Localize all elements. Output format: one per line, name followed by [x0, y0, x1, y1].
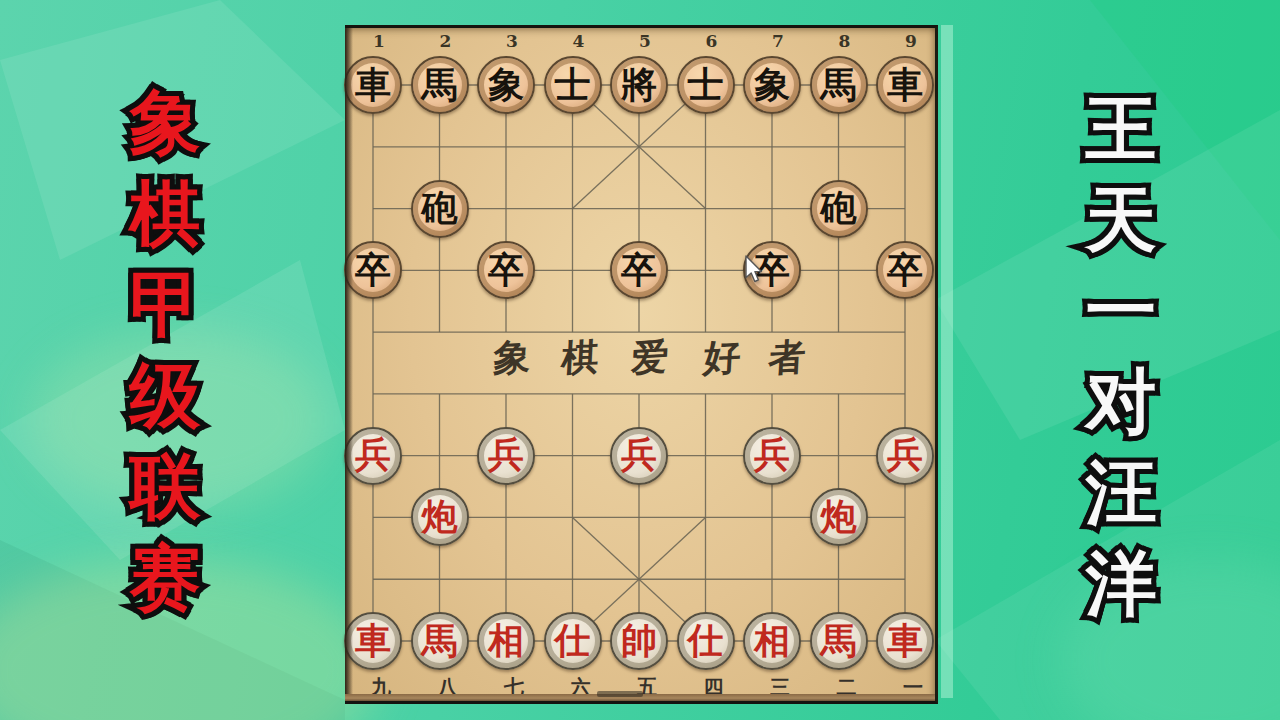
event-title-char-1: 象	[126, 86, 204, 160]
board-left-edge	[345, 28, 353, 701]
event-title-char-2: 棋	[126, 177, 204, 251]
mouse-cursor	[744, 255, 766, 285]
piece-black-horse[interactable]: 馬	[411, 56, 469, 114]
watermark-smudge	[597, 691, 643, 697]
file-label-top-1: 1	[368, 31, 390, 51]
piece-black-advisor[interactable]: 士	[677, 56, 735, 114]
piece-red-elephant[interactable]: 相	[743, 612, 801, 670]
piece-black-general[interactable]: 將	[610, 56, 668, 114]
file-label-top-9: 9	[900, 31, 922, 51]
piece-red-general[interactable]: 帥	[610, 612, 668, 670]
piece-black-elephant[interactable]: 象	[477, 56, 535, 114]
players-char-3: 一	[1082, 274, 1160, 348]
players-banner: 王天一对汪洋	[1082, 92, 1160, 638]
piece-black-chariot[interactable]: 車	[876, 56, 934, 114]
file-label-top-7: 7	[767, 31, 789, 51]
piece-red-soldier[interactable]: 兵	[876, 427, 934, 485]
river-char-3: 爱	[627, 335, 673, 381]
event-title-char-6: 赛	[126, 541, 204, 615]
piece-red-horse[interactable]: 馬	[810, 612, 868, 670]
piece-red-advisor[interactable]: 仕	[677, 612, 735, 670]
players-char-5: 汪	[1082, 456, 1160, 530]
piece-red-chariot[interactable]: 車	[876, 612, 934, 670]
piece-red-cannon[interactable]: 炮	[810, 488, 868, 546]
players-char-4: 对	[1082, 365, 1160, 439]
piece-black-cannon[interactable]: 砲	[810, 180, 868, 238]
board-right-highlight	[941, 25, 953, 698]
piece-red-cannon[interactable]: 炮	[411, 488, 469, 546]
piece-red-advisor[interactable]: 仕	[544, 612, 602, 670]
file-label-top-6: 6	[701, 31, 723, 51]
piece-black-elephant[interactable]: 象	[743, 56, 801, 114]
river-char-5: 者	[764, 335, 810, 381]
event-title-char-3: 甲	[126, 268, 204, 342]
piece-black-soldier[interactable]: 卒	[610, 241, 668, 299]
piece-red-elephant[interactable]: 相	[477, 612, 535, 670]
river-char-4: 好	[699, 335, 745, 381]
event-title-char-5: 联	[126, 450, 204, 524]
piece-black-soldier[interactable]: 卒	[477, 241, 535, 299]
xiangqi-board[interactable]: 123456789 九八七六五四三二一 象棋爱好者 車馬象士將士象馬車砲砲卒卒卒…	[345, 25, 938, 704]
file-label-top-8: 8	[834, 31, 856, 51]
file-label-top-5: 5	[634, 31, 656, 51]
video-frame: 象棋甲级联赛 王天一对汪洋 123456789 九八七六五四三二一 象棋爱好者 …	[0, 0, 1280, 720]
piece-red-soldier[interactable]: 兵	[477, 427, 535, 485]
players-char-6: 洋	[1082, 547, 1160, 621]
players-char-2: 天	[1082, 183, 1160, 257]
players-char-1: 王	[1082, 92, 1160, 166]
file-label-top-3: 3	[501, 31, 523, 51]
piece-red-soldier[interactable]: 兵	[610, 427, 668, 485]
piece-black-cannon[interactable]: 砲	[411, 180, 469, 238]
piece-red-soldier[interactable]: 兵	[743, 427, 801, 485]
river-char-2: 棋	[557, 335, 603, 381]
piece-red-horse[interactable]: 馬	[411, 612, 469, 670]
piece-black-horse[interactable]: 馬	[810, 56, 868, 114]
river-char-1: 象	[489, 335, 535, 381]
piece-black-soldier[interactable]: 卒	[876, 241, 934, 299]
file-label-top-4: 4	[568, 31, 590, 51]
piece-black-advisor[interactable]: 士	[544, 56, 602, 114]
event-title-char-4: 级	[126, 359, 204, 433]
event-title-banner: 象棋甲级联赛	[126, 86, 204, 632]
file-label-top-2: 2	[435, 31, 457, 51]
